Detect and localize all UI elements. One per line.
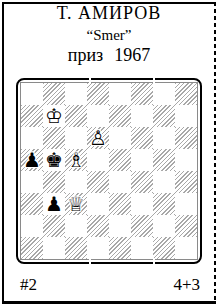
square-f1 <box>131 237 153 259</box>
square-d4 <box>87 171 109 193</box>
square-b3: ♟ <box>43 193 65 215</box>
square-g5 <box>153 149 175 171</box>
square-e8 <box>109 83 131 105</box>
black-king-icon: ♚ <box>45 149 63 171</box>
author-line: Т. АМИРОВ <box>4 3 214 24</box>
square-b7: ♔ <box>43 105 65 127</box>
square-e4 <box>109 171 131 193</box>
frame-notch <box>89 258 91 265</box>
square-e3 <box>109 193 131 215</box>
square-c6 <box>65 127 87 149</box>
square-d6: ♙ <box>87 127 109 149</box>
square-g4 <box>153 171 175 193</box>
white-queen-icon: ♕ <box>67 193 85 215</box>
square-a4 <box>21 171 43 193</box>
square-e2 <box>109 215 131 237</box>
square-f2 <box>131 215 153 237</box>
square-c2 <box>65 215 87 237</box>
square-h7 <box>175 105 197 127</box>
square-g3 <box>153 193 175 215</box>
square-b1 <box>43 237 65 259</box>
square-h5 <box>175 149 197 171</box>
square-a2 <box>21 215 43 237</box>
square-a8 <box>21 83 43 105</box>
square-f3 <box>131 193 153 215</box>
prize-year: 1967 <box>114 45 150 65</box>
square-e6 <box>109 127 131 149</box>
white-king-icon: ♔ <box>45 105 63 127</box>
black-pawn-icon: ♟ <box>23 149 41 171</box>
white-pawn-icon: ♙ <box>89 127 107 149</box>
square-f5 <box>131 149 153 171</box>
stipulation-label: #2 <box>20 274 37 296</box>
square-g8 <box>153 83 175 105</box>
frame-notch <box>89 77 91 84</box>
square-a5: ♟ <box>21 149 43 171</box>
square-b5: ♚ <box>43 149 65 171</box>
square-c4 <box>65 171 87 193</box>
square-f4 <box>131 171 153 193</box>
square-h1 <box>175 237 197 259</box>
square-d7 <box>87 105 109 127</box>
square-h8 <box>175 83 197 105</box>
square-b4 <box>43 171 65 193</box>
square-d2 <box>87 215 109 237</box>
page: Т. АМИРОВ “Smer” приз1967 ♔♙♟♚♗♟♕ #2 4+3 <box>0 0 222 305</box>
square-c8 <box>65 83 87 105</box>
square-h6 <box>175 127 197 149</box>
square-f7 <box>131 105 153 127</box>
source-line: “Smer” <box>4 26 214 45</box>
square-h3 <box>175 193 197 215</box>
caption-row: #2 4+3 <box>20 274 200 296</box>
square-a7 <box>21 105 43 127</box>
square-g6 <box>153 127 175 149</box>
square-d1 <box>87 237 109 259</box>
square-a3 <box>21 193 43 215</box>
square-b8 <box>43 83 65 105</box>
white-bishop-icon: ♗ <box>67 149 85 171</box>
square-g2 <box>153 215 175 237</box>
square-a6 <box>21 127 43 149</box>
square-h4 <box>175 171 197 193</box>
square-a1 <box>21 237 43 259</box>
square-c5: ♗ <box>65 149 87 171</box>
black-pawn-icon: ♟ <box>45 193 63 215</box>
square-b2 <box>43 215 65 237</box>
frame-notch <box>153 258 155 265</box>
square-d3 <box>87 193 109 215</box>
square-d5 <box>87 149 109 171</box>
material-count-label: 4+3 <box>173 274 200 296</box>
square-f6 <box>131 127 153 149</box>
board-frame: ♔♙♟♚♗♟♕ <box>16 78 202 264</box>
square-h2 <box>175 215 197 237</box>
square-g1 <box>153 237 175 259</box>
square-e1 <box>109 237 131 259</box>
square-c7 <box>65 105 87 127</box>
square-g7 <box>153 105 175 127</box>
square-d8 <box>87 83 109 105</box>
square-f8 <box>131 83 153 105</box>
square-b6 <box>43 127 65 149</box>
square-e5 <box>109 149 131 171</box>
prize-word: приз <box>68 45 103 65</box>
square-c1 <box>65 237 87 259</box>
prize-line: приз1967 <box>4 45 214 65</box>
square-e7 <box>109 105 131 127</box>
dashed-cut-line <box>214 2 216 302</box>
chessboard: ♔♙♟♚♗♟♕ <box>20 82 198 260</box>
square-c3: ♕ <box>65 193 87 215</box>
frame-notch <box>153 77 155 84</box>
